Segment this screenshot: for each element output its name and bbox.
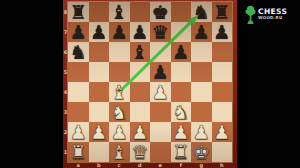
square-c4[interactable]: ♝ bbox=[109, 82, 130, 102]
white-pawn-a2: ♟ bbox=[68, 122, 89, 142]
square-a3[interactable] bbox=[68, 102, 89, 122]
square-d7[interactable]: ♟ bbox=[130, 22, 151, 42]
black-pawn-f6: ♟ bbox=[171, 42, 192, 62]
black-pawn-d7: ♟ bbox=[130, 22, 151, 42]
file-label-b: b bbox=[89, 162, 110, 168]
white-pawn-f2: ♟ bbox=[171, 122, 192, 142]
square-e5[interactable]: ♟ bbox=[150, 62, 171, 82]
square-e8[interactable]: ♚ bbox=[150, 2, 171, 22]
square-b1[interactable] bbox=[89, 142, 110, 162]
square-d5[interactable] bbox=[130, 62, 151, 82]
square-c5[interactable] bbox=[109, 62, 130, 82]
white-pawn-e4: ♟ bbox=[150, 82, 171, 102]
square-d6[interactable]: ♝ bbox=[130, 42, 151, 62]
square-g3[interactable] bbox=[191, 102, 212, 122]
white-pawn-c2: ♟ bbox=[109, 122, 130, 142]
black-queen-e7: ♛ bbox=[150, 22, 171, 42]
white-knight-c3: ♞ bbox=[109, 102, 130, 122]
black-pawn-b7: ♟ bbox=[89, 22, 110, 42]
square-e1[interactable] bbox=[150, 142, 171, 162]
square-g5[interactable] bbox=[191, 62, 212, 82]
square-f3[interactable]: ♞ bbox=[171, 102, 192, 122]
square-f1[interactable]: ♜ bbox=[171, 142, 192, 162]
square-g8[interactable]: ♞ bbox=[191, 2, 212, 22]
white-king-g1: ♚ bbox=[191, 142, 212, 162]
black-pawn-a7: ♟ bbox=[68, 22, 89, 42]
square-a1[interactable]: ♜ bbox=[68, 142, 89, 162]
square-f8[interactable] bbox=[171, 2, 192, 22]
square-e3[interactable] bbox=[150, 102, 171, 122]
black-bishop-c8: ♝ bbox=[109, 2, 130, 22]
square-a4[interactable] bbox=[68, 82, 89, 102]
white-rook-f1: ♜ bbox=[171, 142, 192, 162]
square-g6[interactable] bbox=[191, 42, 212, 62]
square-f7[interactable] bbox=[171, 22, 192, 42]
square-h6[interactable] bbox=[212, 42, 233, 62]
square-b8[interactable] bbox=[89, 2, 110, 22]
square-a2[interactable]: ♟ bbox=[68, 122, 89, 142]
chesswood-logo: CHESS WOOD.RU bbox=[245, 5, 287, 25]
square-e4[interactable]: ♟ bbox=[150, 82, 171, 102]
square-h1[interactable] bbox=[212, 142, 233, 162]
white-pawn-h2: ♟ bbox=[212, 122, 233, 142]
black-pawn-e5: ♟ bbox=[150, 62, 171, 82]
logo-title: CHESS bbox=[258, 8, 287, 15]
white-rook-a1: ♜ bbox=[68, 142, 89, 162]
black-pawn-h7: ♟ bbox=[212, 22, 233, 42]
square-e6[interactable] bbox=[150, 42, 171, 62]
white-pawn-d2: ♟ bbox=[130, 122, 151, 142]
black-knight-g8: ♞ bbox=[191, 2, 212, 22]
square-h7[interactable]: ♟ bbox=[212, 22, 233, 42]
square-g2[interactable]: ♟ bbox=[191, 122, 212, 142]
white-pawn-b2: ♟ bbox=[89, 122, 110, 142]
square-g1[interactable]: ♚ bbox=[191, 142, 212, 162]
board-interior: ♜♝♚♞♜♟♟♟♟♛♟♟♞♝♟♟♝♟♞♞♟♟♟♟♟♟♟♜♝♛♜♚ bbox=[68, 2, 232, 162]
white-knight-f3: ♞ bbox=[171, 102, 192, 122]
square-c3[interactable]: ♞ bbox=[109, 102, 130, 122]
square-g4[interactable] bbox=[191, 82, 212, 102]
square-e7[interactable]: ♛ bbox=[150, 22, 171, 42]
square-c1[interactable]: ♝ bbox=[109, 142, 130, 162]
white-queen-d1: ♛ bbox=[130, 142, 151, 162]
square-h3[interactable] bbox=[212, 102, 233, 122]
white-bishop-c4: ♝ bbox=[109, 82, 130, 102]
black-pawn-g7: ♟ bbox=[191, 22, 212, 42]
file-label-h: h bbox=[212, 162, 233, 168]
square-f2[interactable]: ♟ bbox=[171, 122, 192, 142]
black-rook-a8: ♜ bbox=[68, 2, 89, 22]
chess-board: ♜♝♚♞♜♟♟♟♟♛♟♟♞♝♟♟♝♟♞♞♟♟♟♟♟♟♟♜♝♛♜♚ bbox=[68, 2, 232, 162]
square-h8[interactable]: ♜ bbox=[212, 2, 233, 22]
square-b3[interactable] bbox=[89, 102, 110, 122]
square-f6[interactable]: ♟ bbox=[171, 42, 192, 62]
square-a7[interactable]: ♟ bbox=[68, 22, 89, 42]
square-d3[interactable] bbox=[130, 102, 151, 122]
black-pawn-c7: ♟ bbox=[109, 22, 130, 42]
square-f5[interactable] bbox=[171, 62, 192, 82]
square-e2[interactable] bbox=[150, 122, 171, 142]
screenshot-root: 87654321 abcdefgh ♜♝♚♞♜♟♟♟♟♛♟♟♞♝♟♟♝♟♞♞♟♟… bbox=[0, 0, 300, 168]
square-b7[interactable]: ♟ bbox=[89, 22, 110, 42]
file-label-e: e bbox=[150, 162, 171, 168]
square-d1[interactable]: ♛ bbox=[130, 142, 151, 162]
square-a6[interactable]: ♞ bbox=[68, 42, 89, 62]
square-c2[interactable]: ♟ bbox=[109, 122, 130, 142]
square-h5[interactable] bbox=[212, 62, 233, 82]
square-c7[interactable]: ♟ bbox=[109, 22, 130, 42]
square-h2[interactable]: ♟ bbox=[212, 122, 233, 142]
square-g7[interactable]: ♟ bbox=[191, 22, 212, 42]
square-f4[interactable] bbox=[171, 82, 192, 102]
square-c8[interactable]: ♝ bbox=[109, 2, 130, 22]
black-knight-a6: ♞ bbox=[68, 42, 89, 62]
logo-subtitle: WOOD.RU bbox=[258, 15, 287, 20]
square-a8[interactable]: ♜ bbox=[68, 2, 89, 22]
square-d8[interactable] bbox=[130, 2, 151, 22]
chess-board-frame: 87654321 abcdefgh ♜♝♚♞♜♟♟♟♟♛♟♟♞♝♟♟♝♟♞♞♟♟… bbox=[63, 0, 237, 168]
logo-text: CHESS WOOD.RU bbox=[258, 5, 287, 20]
square-a5[interactable] bbox=[68, 62, 89, 82]
square-d4[interactable] bbox=[130, 82, 151, 102]
square-c6[interactable] bbox=[109, 42, 130, 62]
square-b2[interactable]: ♟ bbox=[89, 122, 110, 142]
square-d2[interactable]: ♟ bbox=[130, 122, 151, 142]
black-king-e8: ♚ bbox=[150, 2, 171, 22]
white-bishop-c1: ♝ bbox=[109, 142, 130, 162]
square-h4[interactable] bbox=[212, 82, 233, 102]
black-bishop-d6: ♝ bbox=[130, 42, 151, 62]
square-b6[interactable] bbox=[89, 42, 110, 62]
square-b5[interactable] bbox=[89, 62, 110, 82]
tree-icon bbox=[245, 5, 256, 25]
square-b4[interactable] bbox=[89, 82, 110, 102]
white-pawn-g2: ♟ bbox=[191, 122, 212, 142]
black-rook-h8: ♜ bbox=[212, 2, 233, 22]
